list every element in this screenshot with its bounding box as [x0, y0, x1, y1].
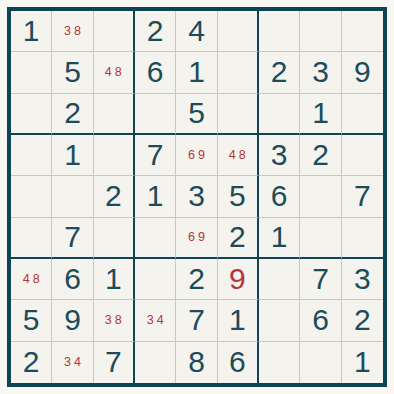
given-digit: 1: [23, 16, 40, 46]
cell-r5c6[interactable]: 5: [218, 176, 259, 217]
cell-r8c8[interactable]: 6: [300, 300, 341, 341]
cell-r8c2[interactable]: 9: [52, 300, 93, 341]
cell-r6c7[interactable]: 1: [259, 218, 300, 259]
cell-r9c8[interactable]: [300, 342, 341, 383]
pencil-marks: 38: [102, 314, 125, 327]
cell-r1c2[interactable]: 38: [52, 11, 93, 52]
given-digit: 4: [188, 16, 205, 46]
cell-r7c3[interactable]: 1: [94, 259, 135, 300]
cell-r8c9[interactable]: 2: [342, 300, 383, 341]
given-digit: 3: [354, 264, 371, 294]
given-digit: 6: [312, 305, 329, 335]
pencil-marks: 48: [20, 273, 43, 286]
cell-r1c7[interactable]: [259, 11, 300, 52]
cell-r2c3[interactable]: 48: [94, 52, 135, 93]
cell-r6c1[interactable]: [11, 218, 52, 259]
cell-r7c7[interactable]: [259, 259, 300, 300]
cell-r1c3[interactable]: [94, 11, 135, 52]
entry-digit: 9: [229, 264, 246, 294]
cell-r9c5[interactable]: 8: [176, 342, 217, 383]
cell-r5c1[interactable]: [11, 176, 52, 217]
cell-r8c5[interactable]: 7: [176, 300, 217, 341]
cell-r2c8[interactable]: 3: [300, 52, 341, 93]
cell-r8c1[interactable]: 5: [11, 300, 52, 341]
given-digit: 1: [188, 57, 205, 87]
given-digit: 5: [64, 57, 81, 87]
given-digit: 2: [312, 140, 329, 170]
cell-r5c9[interactable]: 7: [342, 176, 383, 217]
cell-r3c4[interactable]: [135, 94, 176, 135]
pencil-marks: 34: [61, 356, 84, 369]
given-digit: 2: [271, 57, 288, 87]
given-digit: 1: [312, 98, 329, 128]
cell-r9c6[interactable]: 6: [218, 342, 259, 383]
cell-r2c4[interactable]: 6: [135, 52, 176, 93]
pencil-marks: 69: [185, 149, 208, 162]
given-digit: 1: [64, 140, 81, 170]
cell-r4c1[interactable]: [11, 135, 52, 176]
pencil-marks: 38: [61, 25, 84, 38]
given-digit: 2: [188, 264, 205, 294]
cell-r2c1[interactable]: [11, 52, 52, 93]
cell-r3c2[interactable]: 2: [52, 94, 93, 135]
cell-r3c5[interactable]: 5: [176, 94, 217, 135]
given-digit: 5: [229, 181, 246, 211]
cell-r2c6[interactable]: [218, 52, 259, 93]
cell-r8c4[interactable]: 34: [135, 300, 176, 341]
cell-r9c4[interactable]: [135, 342, 176, 383]
cell-r5c3[interactable]: 2: [94, 176, 135, 217]
cell-r4c5[interactable]: 69: [176, 135, 217, 176]
cell-r3c7[interactable]: [259, 94, 300, 135]
cell-r7c1[interactable]: 48: [11, 259, 52, 300]
cell-r9c7[interactable]: [259, 342, 300, 383]
cell-r7c4[interactable]: [135, 259, 176, 300]
cell-r9c1[interactable]: 2: [11, 342, 52, 383]
cell-r2c2[interactable]: 5: [52, 52, 93, 93]
given-digit: 1: [229, 305, 246, 335]
cell-r6c2[interactable]: 7: [52, 218, 93, 259]
given-digit: 3: [188, 181, 205, 211]
cell-r6c8[interactable]: [300, 218, 341, 259]
cell-r3c8[interactable]: 1: [300, 94, 341, 135]
cell-r6c3[interactable]: [94, 218, 135, 259]
cell-r8c6[interactable]: 1: [218, 300, 259, 341]
cell-r4c3[interactable]: [94, 135, 135, 176]
given-digit: 7: [64, 222, 81, 252]
given-digit: 7: [354, 181, 371, 211]
sudoku-board: 1382454861239251176948322135677692148612…: [7, 7, 387, 387]
cell-r1c5[interactable]: 4: [176, 11, 217, 52]
cell-r4c9[interactable]: [342, 135, 383, 176]
given-digit: 1: [105, 264, 122, 294]
given-digit: 6: [147, 57, 164, 87]
cell-r7c9[interactable]: 3: [342, 259, 383, 300]
cell-r6c6[interactable]: 2: [218, 218, 259, 259]
given-digit: 8: [188, 347, 205, 377]
cell-r9c3[interactable]: 7: [94, 342, 135, 383]
cell-r9c9[interactable]: 1: [342, 342, 383, 383]
cell-r3c3[interactable]: [94, 94, 135, 135]
cell-r4c2[interactable]: 1: [52, 135, 93, 176]
pencil-marks: 69: [185, 231, 208, 244]
given-digit: 2: [229, 222, 246, 252]
cell-r5c7[interactable]: 6: [259, 176, 300, 217]
given-digit: 7: [147, 140, 164, 170]
given-digit: 2: [354, 305, 371, 335]
cell-r6c5[interactable]: 69: [176, 218, 217, 259]
cell-r3c6[interactable]: [218, 94, 259, 135]
given-digit: 6: [64, 264, 81, 294]
given-digit: 6: [229, 347, 246, 377]
given-digit: 1: [147, 181, 164, 211]
given-digit: 3: [271, 140, 288, 170]
cell-r9c2[interactable]: 34: [52, 342, 93, 383]
cell-r5c2[interactable]: [52, 176, 93, 217]
sudoku-app: 1382454861239251176948322135677692148612…: [0, 0, 394, 394]
given-digit: 9: [64, 305, 81, 335]
cell-r8c7[interactable]: [259, 300, 300, 341]
given-digit: 7: [105, 347, 122, 377]
pencil-marks: 34: [144, 314, 167, 327]
cell-r3c9[interactable]: [342, 94, 383, 135]
cell-r2c7[interactable]: 2: [259, 52, 300, 93]
cell-r1c9[interactable]: [342, 11, 383, 52]
cell-r7c5[interactable]: 2: [176, 259, 217, 300]
given-digit: 1: [271, 222, 288, 252]
cell-r7c6[interactable]: 9: [218, 259, 259, 300]
pencil-marks: 48: [226, 149, 249, 162]
cell-r1c6[interactable]: [218, 11, 259, 52]
given-digit: 9: [354, 57, 371, 87]
given-digit: 5: [188, 98, 205, 128]
cell-r5c8[interactable]: [300, 176, 341, 217]
given-digit: 2: [147, 16, 164, 46]
given-digit: 7: [312, 264, 329, 294]
given-digit: 5: [23, 305, 40, 335]
given-digit: 7: [188, 305, 205, 335]
cell-r7c2[interactable]: 6: [52, 259, 93, 300]
cell-r8c3[interactable]: 38: [94, 300, 135, 341]
given-digit: 2: [64, 98, 81, 128]
cell-r7c8[interactable]: 7: [300, 259, 341, 300]
cell-r5c5[interactable]: 3: [176, 176, 217, 217]
given-digit: 3: [312, 57, 329, 87]
cell-r1c1[interactable]: 1: [11, 11, 52, 52]
cell-r1c4[interactable]: 2: [135, 11, 176, 52]
cell-r6c4[interactable]: [135, 218, 176, 259]
cell-r4c8[interactable]: 2: [300, 135, 341, 176]
cell-r3c1[interactable]: [11, 94, 52, 135]
cell-r4c4[interactable]: 7: [135, 135, 176, 176]
cell-r2c9[interactable]: 9: [342, 52, 383, 93]
cell-r1c8[interactable]: [300, 11, 341, 52]
given-digit: 2: [105, 181, 122, 211]
cell-r6c9[interactable]: [342, 218, 383, 259]
cell-r4c6[interactable]: 48: [218, 135, 259, 176]
pencil-marks: 48: [102, 66, 125, 79]
cell-r2c5[interactable]: 1: [176, 52, 217, 93]
given-digit: 2: [23, 347, 40, 377]
cell-r4c7[interactable]: 3: [259, 135, 300, 176]
cell-r5c4[interactable]: 1: [135, 176, 176, 217]
given-digit: 6: [271, 181, 288, 211]
given-digit: 1: [354, 347, 371, 377]
